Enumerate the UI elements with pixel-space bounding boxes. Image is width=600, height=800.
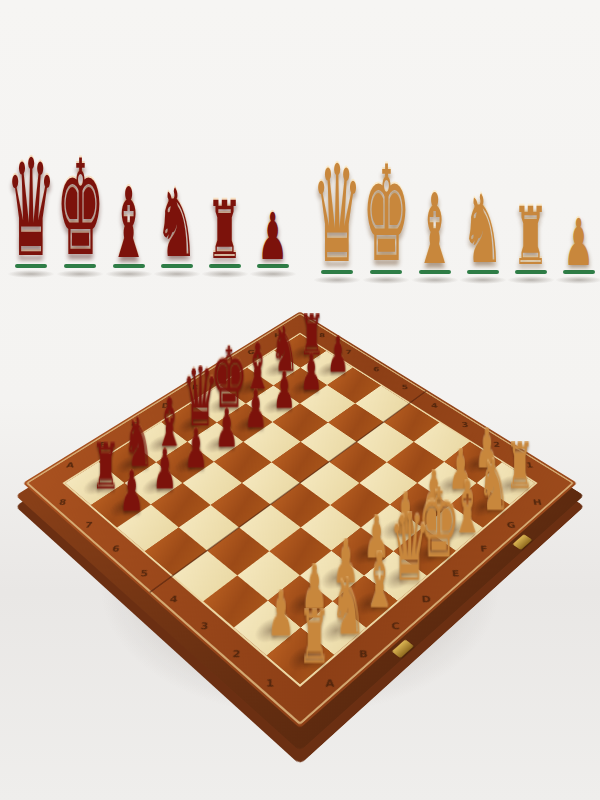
rank-label-4: 4 (424, 392, 444, 419)
file-label-g: G (232, 347, 270, 357)
file-label-f: F (204, 364, 243, 375)
file-label-d: D (145, 400, 186, 411)
brass-clasp (392, 640, 414, 659)
red-pawn-a7[interactable]: ♟ (111, 469, 154, 514)
natural-rook-a1[interactable]: ♜ (290, 608, 338, 667)
brass-clasp (513, 534, 533, 550)
file-label-e: E (175, 381, 215, 392)
file-label-c: C (114, 419, 156, 431)
product-photo: ♛♚♝♞♜♟ ♛♚♝♞♜♟ ABCDEFGH ABCDEFGH 87654321… (0, 0, 600, 800)
rank-label-8: 8 (314, 324, 330, 347)
queen-piece-icon: ♛ (6, 157, 56, 262)
rank-label-7: 7 (340, 340, 357, 364)
king-piece-icon: ♚ (56, 159, 104, 262)
rank-label-5: 5 (395, 374, 414, 400)
rank-label-6: 6 (367, 357, 385, 382)
file-label-h: H (259, 330, 296, 340)
board-scene: ABCDEFGH ABCDEFGH 87654321 87654321 ♜♞♝♛… (0, 250, 600, 800)
